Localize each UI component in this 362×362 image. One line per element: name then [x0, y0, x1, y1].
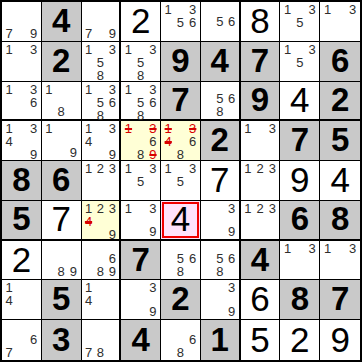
solved-digit: 9: [290, 162, 309, 197]
given-digit: 8: [291, 282, 309, 315]
candidate-9: 9: [226, 225, 238, 238]
candidate-slot-empty: [67, 96, 79, 106]
candidate-6: 6: [187, 252, 199, 265]
candidate-slot-empty: [122, 135, 134, 148]
cell-r4c8[interactable]: 7: [280, 121, 320, 161]
cell-r5c8[interactable]: 9: [280, 161, 320, 201]
candidate-slot-empty: [135, 83, 147, 96]
cell-r4c5[interactable]: 13468: [161, 121, 201, 161]
candidate-5: 5: [294, 16, 306, 29]
candidate-slot-empty: [202, 242, 214, 253]
candidate-slot-empty: [94, 307, 106, 318]
candidate-slot-empty: [122, 109, 134, 122]
cell-r3c8[interactable]: 4: [280, 82, 320, 122]
candidate-slot-empty: [254, 122, 266, 135]
cell-r3c9[interactable]: 2: [320, 82, 360, 122]
candidate-9: 9: [226, 305, 238, 318]
candidate-slot-empty: [202, 252, 214, 265]
candidate-3: 3: [106, 43, 118, 56]
candidate-slot-empty: [15, 321, 27, 333]
candidate-slot-empty: [83, 148, 95, 161]
candidate-slot-empty: [28, 56, 40, 68]
cell-r1c5[interactable]: 1356: [161, 2, 201, 42]
candidate-slot-empty: [334, 255, 347, 267]
candidate-8: 8: [94, 265, 106, 278]
cell-r2c3[interactable]: 1358: [82, 42, 122, 82]
cell-r1c3[interactable]: 79: [82, 2, 122, 42]
candidates-grid: 1349: [83, 122, 119, 159]
candidate-slot-empty: [321, 16, 334, 28]
candidate-slot-empty: [346, 28, 359, 40]
candidate-1: 1: [3, 43, 15, 56]
cell-r6c2[interactable]: 7: [42, 201, 82, 241]
candidates-grid: 135: [281, 43, 318, 80]
cell-r5c5[interactable]: 135: [161, 161, 201, 201]
candidate-slot-empty: [15, 346, 27, 359]
candidate-slot-empty: [214, 225, 226, 238]
candidate-2: 2: [254, 202, 266, 215]
candidates-grid: 123: [83, 162, 119, 199]
candidate-4-eliminated: 4: [162, 135, 174, 148]
candidate-slot-empty: [94, 294, 106, 307]
candidate-slot-empty: [226, 265, 238, 278]
cell-r5c3[interactable]: 123: [82, 161, 122, 201]
candidate-slot-empty: [15, 148, 27, 161]
cell-r1c4[interactable]: 2: [121, 2, 161, 42]
candidate-6: 6: [28, 96, 40, 109]
cell-r9c2[interactable]: 3: [42, 320, 82, 360]
candidate-3: 3: [346, 242, 359, 255]
candidate-5: 5: [135, 96, 147, 109]
cell-r7c4[interactable]: 7: [121, 241, 161, 281]
given-digit: 4: [52, 4, 70, 37]
candidates-grid: 1358: [83, 43, 119, 80]
candidate-slot-empty: [346, 267, 359, 279]
candidate-slot-empty: [266, 147, 278, 159]
cell-r3c3[interactable]: 13568: [82, 82, 122, 122]
candidate-1: 1: [83, 202, 95, 215]
given-digit: 3: [52, 323, 70, 356]
candidate-slot-empty: [94, 242, 106, 253]
solved-digit: 2: [131, 3, 150, 38]
cell-r5c4[interactable]: 135: [121, 161, 161, 201]
cell-r9c5[interactable]: 68: [161, 320, 201, 360]
candidates-grid: 79: [83, 3, 119, 40]
candidate-slot-empty: [281, 56, 293, 69]
candidate-slot-empty: [281, 267, 293, 279]
candidate-1: 1: [83, 162, 95, 175]
cell-r1c7[interactable]: 8: [241, 2, 281, 42]
candidate-slot-empty: [254, 135, 266, 147]
candidate-6: 6: [226, 252, 238, 265]
cell-r1c9[interactable]: 13: [320, 2, 360, 42]
candidate-3: 3: [147, 202, 159, 215]
candidate-slot-empty: [174, 188, 186, 199]
candidate-slot-empty: [334, 3, 347, 16]
candidate-3: 3: [106, 83, 118, 96]
candidate-slot-empty: [162, 346, 174, 359]
candidate-slot-empty: [294, 69, 306, 80]
candidate-9: 9: [106, 228, 118, 241]
candidate-6: 6: [147, 96, 159, 109]
candidate-slot-empty: [242, 135, 254, 147]
cell-r4c9[interactable]: 5: [320, 121, 360, 161]
candidate-8: 8: [135, 109, 147, 122]
candidates-grid: 89: [43, 242, 80, 279]
cell-r7c8[interactable]: 13: [280, 241, 320, 281]
candidates-grid: 39: [122, 281, 159, 318]
cell-r7c2[interactable]: 89: [42, 241, 82, 281]
candidate-slot-empty: [294, 242, 306, 255]
candidates-grid: 79: [3, 3, 40, 40]
candidate-3: 3: [306, 242, 318, 255]
candidate-slot-empty: [15, 15, 27, 27]
candidate-slot-empty: [334, 28, 347, 40]
cell-r4c4[interactable]: 13689: [121, 121, 161, 161]
candidate-3: 3: [106, 162, 118, 175]
cell-r8c9[interactable]: 7: [320, 280, 360, 320]
candidate-slot-empty: [214, 28, 226, 40]
cell-r7c1[interactable]: 2: [2, 241, 42, 281]
cell-r2c4[interactable]: 1358: [121, 42, 161, 82]
cell-r6c4[interactable]: 139: [121, 201, 161, 241]
cell-r2c8[interactable]: 135: [280, 42, 320, 82]
cell-r6c1[interactable]: 5: [2, 201, 42, 241]
candidates-grid: 139: [122, 202, 159, 238]
cell-r8c2[interactable]: 5: [42, 280, 82, 320]
candidate-slot-empty: [202, 215, 214, 225]
candidate-slot-empty: [122, 225, 134, 238]
candidate-slot-empty: [106, 281, 118, 294]
candidate-7: 7: [3, 346, 15, 359]
cell-r9c4[interactable]: 4: [121, 320, 161, 360]
candidate-1: 1: [83, 83, 95, 96]
cell-r3c7[interactable]: 9: [241, 82, 281, 122]
candidate-slot-empty: [266, 135, 278, 147]
cell-r1c8[interactable]: 135: [280, 2, 320, 42]
candidate-8: 8: [174, 265, 186, 278]
cell-r6c6[interactable]: 39: [201, 201, 241, 241]
cell-r9c1[interactable]: 67: [2, 320, 42, 360]
candidate-slot-empty: [15, 27, 27, 40]
candidate-slot-empty: [55, 146, 67, 159]
candidate-slot-empty: [306, 255, 318, 267]
candidate-7: 7: [83, 27, 95, 40]
cell-r1c1[interactable]: 79: [2, 2, 42, 42]
candidate-slot-empty: [3, 3, 15, 15]
candidate-9: 9: [28, 148, 40, 161]
given-digit: 5: [12, 202, 30, 235]
cell-r7c5[interactable]: 568: [161, 241, 201, 281]
candidate-3: 3: [147, 162, 159, 175]
cell-r3c6[interactable]: 568: [201, 82, 241, 122]
solved-digit: 7: [51, 201, 70, 236]
candidate-slot-empty: [94, 83, 106, 96]
candidate-9: 9: [106, 27, 118, 40]
cell-r2c7[interactable]: 7: [241, 42, 281, 82]
cell-r7c9[interactable]: 13: [320, 241, 360, 281]
candidate-6: 6: [187, 16, 199, 29]
cell-r3c1[interactable]: 136: [2, 82, 42, 122]
candidate-4: 4: [3, 135, 15, 148]
candidate-8: 8: [55, 105, 67, 118]
candidate-slot-empty: [202, 15, 214, 28]
cell-r5c1[interactable]: 8: [2, 161, 42, 201]
candidate-slot-empty: [94, 187, 106, 199]
candidate-5: 5: [294, 56, 306, 69]
candidate-slot-empty: [242, 187, 254, 199]
candidate-slot-empty: [202, 202, 214, 215]
candidate-slot-empty: [83, 265, 95, 278]
given-digit: 7: [251, 44, 269, 77]
candidate-slot-empty: [294, 255, 306, 267]
candidates-grid: 568: [162, 242, 199, 279]
candidate-slot-empty: [55, 83, 67, 96]
candidate-slot-empty: [43, 105, 55, 118]
candidate-slot-empty: [122, 305, 134, 318]
cell-r6c3[interactable]: 12349: [82, 201, 122, 241]
candidates-grid: 39: [202, 202, 238, 238]
candidate-slot-empty: [94, 215, 106, 228]
solved-digit: 2: [12, 242, 31, 277]
cell-r8c8[interactable]: 8: [280, 280, 320, 320]
candidate-5: 5: [135, 175, 147, 188]
candidate-slot-empty: [334, 242, 347, 255]
candidate-slot-empty: [294, 43, 306, 56]
candidate-slot-empty: [28, 281, 40, 294]
candidate-1: 1: [122, 162, 134, 175]
candidates-grid: 19: [43, 122, 80, 159]
candidate-slot-empty: [187, 346, 199, 359]
candidate-2: 2: [254, 162, 266, 175]
cell-r2c6[interactable]: 4: [201, 42, 241, 82]
cell-r9c8[interactable]: 2: [280, 320, 320, 360]
candidate-slot-empty: [202, 281, 214, 294]
cell-r8c5[interactable]: 2: [161, 280, 201, 320]
candidate-slot-empty: [43, 254, 55, 266]
candidate-3: 3: [106, 122, 118, 135]
candidates-grid: 18: [43, 83, 80, 119]
candidate-slot-empty: [3, 56, 15, 68]
candidate-slot-empty: [3, 109, 15, 119]
candidate-5: 5: [174, 16, 186, 29]
candidates-grid: 13568: [122, 83, 159, 119]
cell-r1c6[interactable]: 56: [201, 2, 241, 42]
candidate-slot-empty: [67, 83, 79, 96]
candidates-grid: 78: [83, 321, 119, 359]
cell-r1c2[interactable]: 4: [42, 2, 82, 42]
candidate-slot-empty: [242, 175, 254, 187]
cell-r4c3[interactable]: 1349: [82, 121, 122, 161]
solved-digit: 4: [290, 82, 309, 117]
candidate-8: 8: [94, 346, 106, 359]
candidate-slot-empty: [202, 294, 214, 305]
solved-digit: 7: [210, 162, 229, 197]
candidate-slot-empty: [106, 294, 118, 307]
candidate-slot-empty: [135, 294, 147, 305]
candidate-slot-empty: [106, 69, 118, 82]
cell-r8c4[interactable]: 39: [121, 280, 161, 320]
candidate-slot-empty: [106, 307, 118, 318]
candidate-3: 3: [306, 43, 318, 56]
cell-r8c6[interactable]: 39: [201, 280, 241, 320]
candidate-slot-empty: [266, 175, 278, 187]
cell-r9c7[interactable]: 5: [241, 320, 281, 360]
candidate-slot-empty: [147, 69, 159, 82]
candidates-grid: 568: [202, 242, 238, 279]
cell-r9c9[interactable]: 9: [320, 320, 360, 360]
candidate-9: 9: [67, 265, 79, 278]
cell-r3c4[interactable]: 13568: [121, 82, 161, 122]
candidate-slot-empty: [135, 215, 147, 225]
candidate-slot-empty: [242, 226, 254, 237]
candidate-slot-empty: [135, 188, 147, 199]
given-digit: 9: [171, 44, 189, 77]
cell-r6c9[interactable]: 8: [320, 201, 360, 241]
candidate-slot-empty: [266, 215, 278, 226]
cell-r2c9[interactable]: 6: [320, 42, 360, 82]
cell-r9c3[interactable]: 78: [82, 320, 122, 360]
candidate-slot-empty: [55, 135, 67, 146]
cell-r3c5[interactable]: 7: [161, 82, 201, 122]
candidate-1: 1: [242, 202, 254, 215]
candidate-1-eliminated: 1: [122, 122, 134, 135]
candidate-1: 1: [43, 122, 55, 135]
candidate-1: 1: [122, 83, 134, 96]
candidate-slot-empty: [202, 83, 214, 93]
candidates-grid: 13: [242, 122, 279, 159]
cell-r5c6[interactable]: 7: [201, 161, 241, 201]
cell-r4c2[interactable]: 19: [42, 121, 82, 161]
cell-r3c2[interactable]: 18: [42, 82, 82, 122]
candidate-9-eliminated: 9: [147, 148, 159, 161]
cell-r4c1[interactable]: 1349: [2, 121, 42, 161]
cell-r9c6[interactable]: 1: [201, 320, 241, 360]
candidate-3: 3: [266, 162, 278, 175]
candidate-slot-empty: [214, 281, 226, 294]
candidate-slot-empty: [106, 175, 118, 187]
candidate-slot-empty: [174, 321, 186, 333]
candidate-slot-empty: [202, 3, 214, 15]
solved-digit: 2: [290, 322, 309, 357]
candidates-grid: 13: [281, 242, 318, 279]
candidate-1: 1: [281, 43, 293, 56]
candidate-slot-empty: [162, 321, 174, 333]
candidates-grid: 123: [242, 162, 279, 199]
candidate-slot-empty: [28, 294, 40, 307]
candidate-slot-empty: [135, 281, 147, 294]
candidates-grid: 56: [202, 3, 238, 40]
candidate-slot-empty: [202, 225, 214, 238]
candidate-8: 8: [94, 109, 106, 122]
candidate-5: 5: [94, 96, 106, 109]
candidate-1: 1: [43, 83, 55, 96]
candidate-3: 3: [106, 202, 118, 215]
candidate-slot-empty: [15, 43, 27, 56]
candidate-slot-empty: [15, 96, 27, 109]
candidate-slot-empty: [214, 202, 226, 215]
given-digit: 8: [331, 202, 349, 235]
candidate-slot-empty: [214, 215, 226, 225]
candidate-8: 8: [174, 346, 186, 359]
cell-r7c6[interactable]: 568: [201, 241, 241, 281]
candidate-3: 3: [187, 162, 199, 175]
candidate-3: 3: [147, 43, 159, 56]
candidate-slot-empty: [94, 281, 106, 294]
candidate-3: 3: [266, 122, 278, 135]
cell-r8c3[interactable]: 14: [82, 280, 122, 320]
cell-r2c1[interactable]: 13: [2, 42, 42, 82]
given-digit: 4: [132, 323, 150, 356]
candidate-slot-empty: [294, 267, 306, 279]
solved-digit: 6: [250, 281, 269, 316]
candidate-slot-empty: [202, 92, 214, 105]
candidates-grid: 1356: [162, 3, 199, 40]
cell-r2c2[interactable]: 2: [42, 42, 82, 82]
candidate-slot-empty: [67, 105, 79, 118]
cell-r8c1[interactable]: 14: [2, 280, 42, 320]
cell-r6c5[interactable]: 4: [161, 201, 201, 241]
candidate-slot-empty: [106, 187, 118, 199]
candidate-slot-empty: [15, 109, 27, 119]
candidate-slot-empty: [281, 16, 293, 29]
candidate-slot-empty: [334, 16, 347, 28]
cell-r5c7[interactable]: 123: [241, 161, 281, 201]
given-digit: 2: [171, 282, 189, 315]
cell-r5c2[interactable]: 6: [42, 161, 82, 201]
cell-r2c5[interactable]: 9: [161, 42, 201, 82]
candidate-slot-empty: [281, 69, 293, 80]
candidate-8: 8: [94, 69, 106, 82]
candidate-4: 4: [3, 294, 15, 307]
cell-r7c7[interactable]: 4: [241, 241, 281, 281]
candidate-5: 5: [214, 15, 226, 28]
candidate-slot-empty: [94, 43, 106, 56]
candidate-slot-empty: [94, 321, 106, 333]
candidate-slot-empty: [214, 294, 226, 305]
given-digit: 7: [171, 83, 189, 116]
candidate-slot-empty: [306, 267, 318, 279]
candidate-8: 8: [174, 148, 186, 161]
given-digit: 6: [291, 202, 309, 235]
candidates-grid: 123: [242, 202, 279, 238]
candidate-slot-empty: [254, 226, 266, 237]
candidate-slot-empty: [15, 68, 27, 80]
candidate-slot-empty: [187, 148, 199, 161]
cell-r4c6[interactable]: 2: [201, 121, 241, 161]
solved-digit: 4: [171, 201, 190, 236]
cell-r4c7[interactable]: 13: [241, 121, 281, 161]
candidates-grid: 13568: [83, 83, 119, 119]
cell-r6c7[interactable]: 123: [241, 201, 281, 241]
given-digit: 2: [211, 123, 229, 156]
cell-r6c8[interactable]: 6: [280, 201, 320, 241]
candidate-8: 8: [55, 265, 67, 278]
candidates-grid: 1349: [3, 122, 40, 159]
cell-r5c9[interactable]: 4: [320, 161, 360, 201]
candidate-6: 6: [187, 333, 199, 346]
candidate-slot-empty: [122, 188, 134, 199]
candidate-slot-empty: [226, 105, 238, 118]
candidate-slot-empty: [28, 109, 40, 119]
candidate-9: 9: [147, 305, 159, 318]
candidate-slot-empty: [187, 188, 199, 199]
candidate-slot-empty: [55, 122, 67, 135]
cell-r8c7[interactable]: 6: [241, 280, 281, 320]
candidate-slot-empty: [15, 294, 27, 307]
candidate-slot-empty: [106, 215, 118, 228]
cell-r7c3[interactable]: 689: [82, 241, 122, 281]
